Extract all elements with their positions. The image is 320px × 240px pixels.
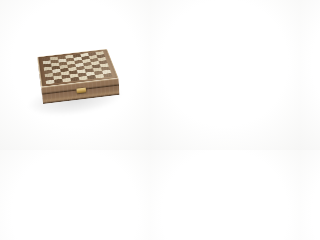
board-square[interactable] [54,79,63,83]
board-square[interactable] [70,74,79,78]
board-square[interactable] [61,71,70,75]
board-square[interactable] [45,76,54,80]
board-square[interactable] [84,65,93,69]
board-square[interactable] [52,69,61,73]
board-square[interactable] [102,70,111,74]
board-square[interactable] [68,67,77,71]
board-square[interactable] [93,67,102,71]
chess-box [37,49,118,87]
board-square[interactable] [87,75,96,79]
board-square[interactable] [70,77,79,81]
board-square[interactable] [95,74,104,78]
board-square[interactable] [53,72,62,76]
brass-latch [76,88,86,94]
board-square[interactable] [94,71,103,75]
board-square[interactable] [46,80,55,84]
board-square[interactable] [86,72,95,76]
board-square[interactable] [85,68,94,72]
board-square[interactable] [62,78,71,82]
board-square[interactable] [100,63,109,67]
board-square[interactable] [69,70,78,74]
board-square[interactable] [76,66,85,70]
board-square[interactable] [78,73,87,77]
board-square[interactable] [101,66,110,70]
board-square[interactable] [53,75,62,79]
photo-scene [0,0,150,150]
board-square[interactable] [45,73,54,77]
board-square[interactable] [61,74,70,78]
board-square[interactable] [60,68,69,72]
product-photo [0,0,150,150]
board-square[interactable] [77,69,86,73]
board-square[interactable] [103,73,112,77]
board-square[interactable] [44,70,53,74]
board-square[interactable] [79,76,88,80]
